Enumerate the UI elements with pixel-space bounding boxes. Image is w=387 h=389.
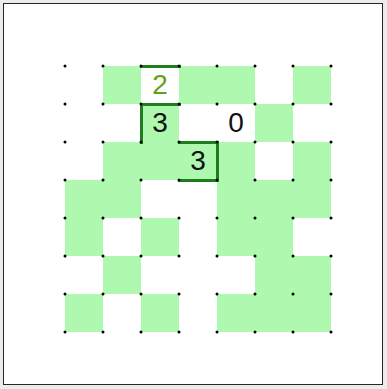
grid-dot (140, 179, 143, 182)
drawn-edge-v-r1c2[interactable] (140, 103, 143, 144)
cell-r0c4[interactable] (217, 66, 255, 104)
grid-dot (64, 217, 67, 220)
grid-dot (102, 179, 105, 182)
cell-r5c5[interactable] (255, 256, 293, 294)
cell-r5c3[interactable] (179, 256, 217, 294)
grid-dot (140, 103, 143, 106)
clue-r1c4: 0 (217, 104, 255, 142)
grid-dot (178, 103, 181, 106)
grid-dot (254, 65, 257, 68)
grid-dot (102, 217, 105, 220)
grid-dot (102, 141, 105, 144)
cell-r1c2[interactable]: 3 (141, 104, 179, 142)
grid-dot (102, 103, 105, 106)
cell-r6c4[interactable] (217, 294, 255, 332)
cell-r3c6[interactable] (293, 180, 331, 218)
clue-r2c3: 3 (179, 142, 217, 180)
cell-r0c1[interactable] (103, 66, 141, 104)
cell-r2c0[interactable] (65, 142, 103, 180)
cell-r0c0[interactable] (65, 66, 103, 104)
cell-r3c5[interactable] (255, 180, 293, 218)
cell-r3c3[interactable] (179, 180, 217, 218)
cell-r0c5[interactable] (255, 66, 293, 104)
cell-r2c3[interactable]: 3 (179, 142, 217, 180)
cell-r4c0[interactable] (65, 218, 103, 256)
cell-r3c4[interactable] (217, 180, 255, 218)
grid-dot (292, 217, 295, 220)
cell-r5c1[interactable] (103, 256, 141, 294)
drawn-edge-h-r0c2[interactable] (140, 65, 181, 68)
grid-dot (64, 103, 67, 106)
grid-dot (178, 141, 181, 144)
grid-dot (216, 65, 219, 68)
grid-dot (330, 255, 333, 258)
grid-dot (140, 293, 143, 296)
grid-dot (330, 179, 333, 182)
cell-r6c2[interactable] (141, 294, 179, 332)
cell-r2c5[interactable] (255, 142, 293, 180)
cell-r2c2[interactable] (141, 142, 179, 180)
cell-r1c3[interactable] (179, 104, 217, 142)
grid-dot (330, 141, 333, 144)
grid-dot (64, 141, 67, 144)
grid-dot (216, 293, 219, 296)
grid-dot (102, 331, 105, 334)
cell-r1c5[interactable] (255, 104, 293, 142)
cell-r5c6[interactable] (293, 256, 331, 294)
grid-dot (64, 293, 67, 296)
cell-r6c3[interactable] (179, 294, 217, 332)
grid-dot (254, 179, 257, 182)
cell-r6c5[interactable] (255, 294, 293, 332)
grid-dot (102, 65, 105, 68)
drawn-edge-h-r3c3[interactable] (178, 179, 219, 182)
cell-r0c2[interactable]: 2 (141, 66, 179, 104)
cell-r0c6[interactable] (293, 66, 331, 104)
cell-r0c3[interactable] (179, 66, 217, 104)
grid-dot (64, 331, 67, 334)
grid-dot (330, 65, 333, 68)
grid-dot (178, 179, 181, 182)
grid-dot (178, 293, 181, 296)
cell-r4c6[interactable] (293, 218, 331, 256)
grid-dot (330, 217, 333, 220)
cell-r2c6[interactable] (293, 142, 331, 180)
grid-dot (102, 255, 105, 258)
grid-dot (292, 255, 295, 258)
cell-r6c1[interactable] (103, 294, 141, 332)
drawn-edge-v-r2c4[interactable] (216, 141, 219, 182)
cell-r4c5[interactable] (255, 218, 293, 256)
cell-r3c2[interactable] (141, 180, 179, 218)
grid-dot (254, 331, 257, 334)
slitherlink-board: 2303 (65, 66, 331, 332)
grid-dot (178, 331, 181, 334)
cell-r2c4[interactable] (217, 142, 255, 180)
grid-dot (64, 65, 67, 68)
cell-r5c2[interactable] (141, 256, 179, 294)
grid-dot (330, 293, 333, 296)
grid-dot (292, 103, 295, 106)
puzzle-canvas: 2303 (3, 3, 383, 385)
cell-r4c2[interactable] (141, 218, 179, 256)
grid-dot (292, 331, 295, 334)
cell-r6c0[interactable] (65, 294, 103, 332)
grid-dot (178, 65, 181, 68)
cell-r6c6[interactable] (293, 294, 331, 332)
cell-r1c4[interactable]: 0 (217, 104, 255, 142)
drawn-edge-h-r1c2[interactable] (140, 103, 181, 106)
clue-r1c2: 3 (141, 104, 179, 142)
grid-dot (292, 65, 295, 68)
drawn-edge-h-r2c3[interactable] (178, 141, 219, 144)
grid-dot (140, 255, 143, 258)
grid-dot (178, 217, 181, 220)
grid-dot (216, 331, 219, 334)
cell-r1c1[interactable] (103, 104, 141, 142)
grid-dot (254, 217, 257, 220)
cell-r4c4[interactable] (217, 218, 255, 256)
grid-dot (140, 331, 143, 334)
grid-dot (216, 179, 219, 182)
grid-dot (330, 103, 333, 106)
grid-dot (140, 217, 143, 220)
grid-dot (216, 141, 219, 144)
grid-dot (64, 255, 67, 258)
grid-dot (102, 293, 105, 296)
grid-dot (292, 179, 295, 182)
cell-r1c6[interactable] (293, 104, 331, 142)
cell-r5c4[interactable] (217, 256, 255, 294)
cell-r3c0[interactable] (65, 180, 103, 218)
grid-dot (292, 293, 295, 296)
grid-dot (178, 255, 181, 258)
clue-r0c2: 2 (141, 66, 179, 104)
grid-dot (254, 255, 257, 258)
grid-dot (140, 65, 143, 68)
cell-r2c1[interactable] (103, 142, 141, 180)
grid-dot (330, 331, 333, 334)
grid-dot (292, 141, 295, 144)
grid-dot (254, 141, 257, 144)
cell-r4c3[interactable] (179, 218, 217, 256)
grid-dot (64, 179, 67, 182)
grid-dot (140, 141, 143, 144)
cell-r1c0[interactable] (65, 104, 103, 142)
grid-dot (254, 293, 257, 296)
grid-dot (216, 255, 219, 258)
grid-dot (216, 217, 219, 220)
grid-dot (216, 103, 219, 106)
cell-r5c0[interactable] (65, 256, 103, 294)
grid-dot (254, 103, 257, 106)
cell-r4c1[interactable] (103, 218, 141, 256)
cell-r3c1[interactable] (103, 180, 141, 218)
